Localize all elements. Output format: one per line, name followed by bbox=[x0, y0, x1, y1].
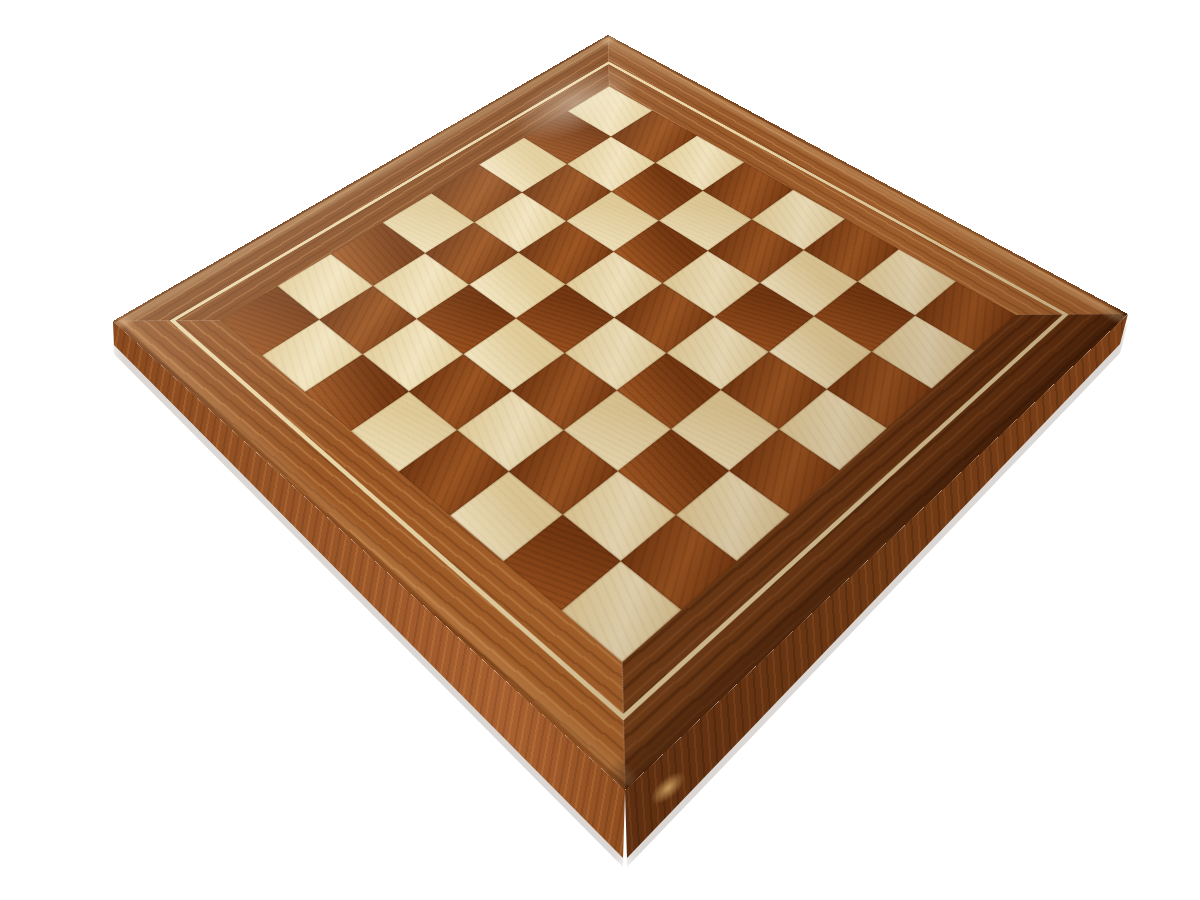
chess-board[interactable] bbox=[113, 35, 1128, 790]
board-photo bbox=[0, 0, 1200, 900]
